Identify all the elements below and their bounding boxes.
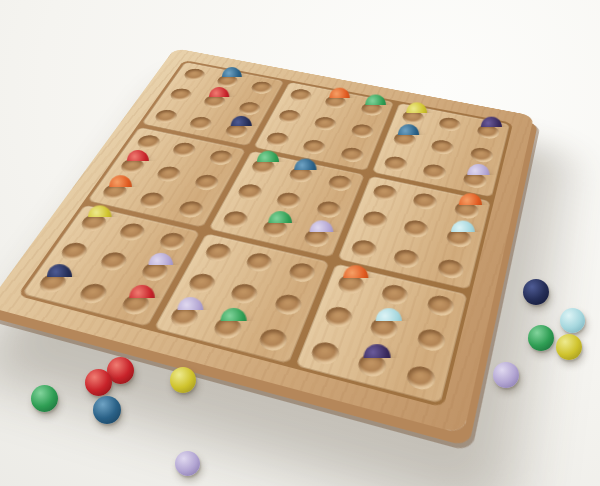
dimple-icon [264, 131, 291, 148]
dimple-icon [236, 101, 262, 117]
dimple-icon [221, 209, 251, 230]
photo-background [0, 0, 600, 486]
section-r0c2 [372, 103, 510, 197]
dimple-icon [349, 123, 375, 140]
dimple-icon [154, 165, 183, 184]
dimple-icon [277, 109, 303, 125]
dimple-icon [77, 282, 111, 306]
loose-ball-blue[interactable] [93, 396, 121, 424]
loose-ball-light-blue[interactable] [560, 308, 585, 333]
dimple-icon [402, 219, 430, 240]
dimple-icon [425, 293, 455, 318]
dimple-icon [203, 242, 235, 264]
dimple-icon [182, 68, 208, 83]
dimple-icon [415, 327, 447, 353]
section-r1c0 [87, 127, 246, 228]
ball-navy[interactable] [47, 264, 72, 289]
cell-r5c0[interactable] [87, 175, 142, 210]
dimple-icon [361, 210, 390, 231]
cell-r6c5[interactable] [274, 252, 330, 294]
cell-r5c3[interactable] [208, 201, 262, 238]
ball-green[interactable] [269, 211, 293, 235]
dimple-icon [97, 251, 130, 274]
dimple-icon [274, 191, 303, 211]
dimple-icon [436, 257, 465, 280]
cell-r5c2[interactable] [163, 191, 218, 227]
ball-light-blue[interactable] [451, 221, 475, 245]
dimple-icon [380, 283, 411, 307]
dimple-icon [187, 115, 214, 131]
dimple-icon [313, 116, 339, 132]
dimple-icon [309, 340, 342, 367]
loose-ball-green[interactable] [528, 325, 554, 351]
dimple-icon [438, 116, 463, 133]
dimple-icon [404, 364, 437, 392]
dimple-icon [272, 293, 304, 318]
dimple-icon [228, 282, 261, 306]
dimple-icon [288, 88, 313, 103]
dimple-icon [137, 191, 168, 211]
dimple-icon [249, 80, 275, 95]
dimple-icon [207, 149, 235, 167]
dimple-icon [326, 174, 354, 193]
dimple-icon [134, 134, 163, 151]
dimple-icon [469, 146, 494, 164]
ball-orange[interactable] [109, 175, 132, 198]
cell-r5c1[interactable] [125, 183, 180, 218]
cell-r8c3[interactable] [154, 295, 215, 340]
cell-r8c8[interactable] [391, 353, 450, 404]
sudoku-board [0, 48, 534, 434]
dimple-icon [117, 222, 149, 243]
loose-ball-navy[interactable] [523, 279, 549, 305]
loose-ball-lavender[interactable] [175, 451, 200, 476]
dimple-icon [314, 200, 343, 220]
dimple-icon [383, 155, 410, 173]
dimple-icon [412, 192, 439, 212]
dimple-icon [153, 108, 180, 124]
loose-ball-green[interactable] [31, 385, 58, 412]
loose-ball-yellow[interactable] [556, 334, 582, 360]
dimple-icon [235, 183, 264, 202]
dimple-icon [430, 139, 456, 156]
dimple-icon [323, 305, 355, 330]
dimple-icon [256, 327, 290, 353]
dimple-icon [286, 261, 317, 284]
dimple-icon [186, 272, 219, 296]
dimple-icon [339, 146, 366, 164]
loose-ball-yellow[interactable] [170, 367, 196, 393]
dimple-icon [301, 138, 328, 155]
dimple-icon [392, 248, 421, 270]
dimple-icon [170, 141, 198, 159]
dimple-icon [168, 87, 195, 102]
dimple-icon [422, 163, 448, 181]
loose-ball-red[interactable] [85, 369, 112, 396]
dimple-icon [156, 231, 188, 253]
cell-r0c8[interactable] [466, 117, 510, 147]
section-r2c2 [295, 264, 467, 404]
dimple-icon [244, 251, 275, 274]
cell-r2c6[interactable] [372, 148, 420, 181]
dimple-icon [57, 241, 90, 263]
dimple-icon [350, 238, 380, 260]
dimple-icon [192, 173, 221, 192]
board-grid [17, 60, 513, 408]
dimple-icon [176, 199, 206, 219]
dimple-icon [371, 183, 399, 202]
loose-ball-lavender[interactable] [493, 362, 519, 388]
section-r2c0 [22, 205, 201, 327]
